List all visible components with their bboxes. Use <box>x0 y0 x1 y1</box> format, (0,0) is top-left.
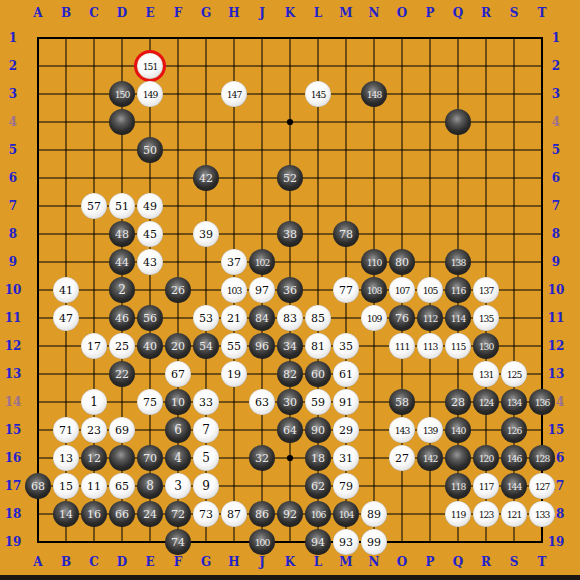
move-number: 149 <box>143 89 158 100</box>
row-label-4: 4 <box>2 108 24 136</box>
move-number: 30 <box>283 396 297 409</box>
stone-white-147-H3: 147 <box>221 81 247 107</box>
stone-white-123-R18: 123 <box>473 501 499 527</box>
stone-black-18-L16: 18 <box>305 445 331 471</box>
stone-black-28-Q14: 28 <box>445 389 471 415</box>
stone-white-43-E9: 43 <box>137 249 163 275</box>
move-number: 127 <box>535 481 550 492</box>
stone-black-10-F14: 10 <box>165 389 191 415</box>
row-label-11: 11 <box>2 304 24 332</box>
column-label-D: D <box>108 5 136 21</box>
move-number: 36 <box>283 284 297 297</box>
stone-white-55-H12: 55 <box>221 333 247 359</box>
move-number: 145 <box>311 89 326 100</box>
stone-black-48-D8: 48 <box>109 221 135 247</box>
move-number: 135 <box>479 313 494 324</box>
stone-black-42-G6: 42 <box>193 165 219 191</box>
move-number: 17 <box>87 340 101 353</box>
stone-white-119-Q18: 119 <box>445 501 471 527</box>
move-number: 81 <box>311 340 325 353</box>
stone-white-135-R11: 135 <box>473 305 499 331</box>
move-number: 66 <box>115 508 129 521</box>
stone-black-40-E12: 40 <box>137 333 163 359</box>
column-label-N: N <box>360 5 388 21</box>
move-number: 131 <box>479 369 494 380</box>
move-number: 134 <box>507 397 522 408</box>
move-number: 73 <box>199 508 213 521</box>
stone-black-handicap-Q4 <box>445 109 471 135</box>
move-number: 107 <box>395 285 410 296</box>
move-number: 137 <box>479 285 494 296</box>
move-number: 67 <box>171 368 185 381</box>
move-number: 146 <box>507 453 522 464</box>
stone-black-62-L17: 62 <box>305 473 331 499</box>
stone-black-50-E5: 50 <box>137 137 163 163</box>
column-label-B: B <box>52 554 80 570</box>
move-number: 50 <box>143 144 157 157</box>
move-number: 23 <box>87 424 101 437</box>
move-number: 53 <box>199 312 213 325</box>
stone-white-91-M14: 91 <box>333 389 359 415</box>
stone-black-120-R16: 120 <box>473 445 499 471</box>
stone-white-71-B15: 71 <box>53 417 79 443</box>
column-label-J: J <box>248 5 276 21</box>
go-game-record-viewer: ABCDEFGHJKLMNOPQRST ABCDEFGHJKLMNOPQRST … <box>0 0 580 580</box>
stone-black-56-E11: 56 <box>137 305 163 331</box>
move-number: 85 <box>311 312 325 325</box>
row-label-13: 13 <box>2 360 24 388</box>
move-number: 140 <box>451 425 466 436</box>
move-number: 84 <box>255 312 269 325</box>
move-number: 77 <box>339 284 353 297</box>
column-label-F: F <box>164 554 192 570</box>
stone-white-115-Q12: 115 <box>445 333 471 359</box>
move-number: 123 <box>479 509 494 520</box>
column-label-E: E <box>136 5 164 21</box>
stone-white-49-E7: 49 <box>137 193 163 219</box>
stone-white-139-P15: 139 <box>417 417 443 443</box>
stone-black-142-P16: 142 <box>417 445 443 471</box>
move-number: 93 <box>339 536 353 549</box>
stone-black-74-F19: 74 <box>165 529 191 555</box>
row-label-6: 6 <box>2 164 24 192</box>
stone-white-37-H9: 37 <box>221 249 247 275</box>
move-number: 72 <box>171 508 185 521</box>
move-number: 15 <box>59 480 73 493</box>
stone-white-45-E8: 45 <box>137 221 163 247</box>
stone-white-13-B16: 13 <box>53 445 79 471</box>
move-number: 94 <box>311 536 325 549</box>
stone-white-83-K11: 83 <box>277 305 303 331</box>
move-number: 78 <box>339 228 353 241</box>
stone-white-7-G15: 7 <box>193 417 219 443</box>
move-number: 35 <box>339 340 353 353</box>
stone-white-63-J14: 63 <box>249 389 275 415</box>
move-number: 37 <box>227 256 241 269</box>
stone-black-124-R14: 124 <box>473 389 499 415</box>
stone-black-handicap-D4 <box>109 109 135 135</box>
stone-black-26-F10: 26 <box>165 277 191 303</box>
stone-black-136-T14: 136 <box>529 389 555 415</box>
column-label-K: K <box>276 5 304 21</box>
row-labels-left: 12345678910111213141516171819 <box>2 24 24 556</box>
column-label-A: A <box>24 5 52 21</box>
column-label-K: K <box>276 554 304 570</box>
stone-white-53-G11: 53 <box>193 305 219 331</box>
stone-black-handicap-Q16 <box>445 445 471 471</box>
stone-white-75-E14: 75 <box>137 389 163 415</box>
stone-white-1-C14: 1 <box>81 389 107 415</box>
move-number: 61 <box>339 368 353 381</box>
row-label-5: 5 <box>2 136 24 164</box>
column-label-P: P <box>416 554 444 570</box>
stone-black-86-J18: 86 <box>249 501 275 527</box>
stone-black-150-D3: 150 <box>109 81 135 107</box>
move-number: 45 <box>143 228 157 241</box>
stone-white-51-D7: 51 <box>109 193 135 219</box>
column-label-T: T <box>528 554 556 570</box>
stone-white-79-M17: 79 <box>333 473 359 499</box>
move-number: 7 <box>202 423 210 437</box>
goban[interactable]: 1511501491471451485042525751494845393878… <box>24 24 556 556</box>
move-number: 115 <box>451 341 466 352</box>
move-number: 19 <box>227 368 241 381</box>
stone-white-97-J10: 97 <box>249 277 275 303</box>
move-number: 25 <box>115 340 129 353</box>
column-labels-bottom: ABCDEFGHJKLMNOPQRST <box>24 554 556 570</box>
move-number: 143 <box>395 425 410 436</box>
stone-white-29-M15: 29 <box>333 417 359 443</box>
stone-black-118-Q17: 118 <box>445 473 471 499</box>
move-number: 56 <box>143 312 157 325</box>
stone-black-146-S16: 146 <box>501 445 527 471</box>
stone-black-64-K15: 64 <box>277 417 303 443</box>
move-number: 1 <box>90 395 98 409</box>
move-number: 52 <box>283 172 297 185</box>
stone-black-100-J19: 100 <box>249 529 275 555</box>
move-number: 32 <box>255 452 269 465</box>
move-number: 133 <box>535 509 550 520</box>
stone-black-140-Q15: 140 <box>445 417 471 443</box>
stone-white-47-B11: 47 <box>53 305 79 331</box>
stone-white-73-G18: 73 <box>193 501 219 527</box>
move-number: 110 <box>367 257 382 268</box>
move-number: 8 <box>146 479 154 493</box>
row-label-19: 19 <box>2 528 24 556</box>
move-number: 82 <box>283 368 297 381</box>
stone-white-15-B17: 15 <box>53 473 79 499</box>
stone-white-17-C12: 17 <box>81 333 107 359</box>
column-label-N: N <box>360 554 388 570</box>
stone-white-125-S13: 125 <box>501 361 527 387</box>
column-label-M: M <box>332 5 360 21</box>
move-number: 151 <box>143 61 158 72</box>
stone-black-92-K18: 92 <box>277 501 303 527</box>
move-number: 22 <box>115 368 129 381</box>
move-number: 18 <box>311 452 325 465</box>
stone-white-23-C15: 23 <box>81 417 107 443</box>
stone-black-108-N10: 108 <box>361 277 387 303</box>
move-number: 86 <box>255 508 269 521</box>
stone-white-57-C7: 57 <box>81 193 107 219</box>
stone-black-44-D9: 44 <box>109 249 135 275</box>
move-number: 48 <box>115 228 129 241</box>
stone-white-41-B10: 41 <box>53 277 79 303</box>
stone-black-8-E17: 8 <box>137 473 163 499</box>
column-label-F: F <box>164 5 192 21</box>
stone-black-80-O9: 80 <box>389 249 415 275</box>
move-number: 90 <box>311 424 325 437</box>
move-number: 126 <box>507 425 522 436</box>
move-number: 113 <box>423 341 438 352</box>
stone-white-85-L11: 85 <box>305 305 331 331</box>
row-label-16: 16 <box>2 444 24 472</box>
stone-white-69-D15: 69 <box>109 417 135 443</box>
move-number: 4 <box>174 451 182 465</box>
stone-white-107-O10: 107 <box>389 277 415 303</box>
move-number: 147 <box>227 89 242 100</box>
move-number: 49 <box>143 200 157 213</box>
move-number: 71 <box>59 424 73 437</box>
stone-black-114-Q11: 114 <box>445 305 471 331</box>
move-number: 120 <box>479 453 494 464</box>
move-number: 150 <box>115 89 130 100</box>
move-number: 44 <box>115 256 129 269</box>
move-number: 63 <box>255 396 269 409</box>
stone-white-113-P12: 113 <box>417 333 443 359</box>
row-label-15: 15 <box>2 416 24 444</box>
column-label-R: R <box>472 5 500 21</box>
move-number: 29 <box>339 424 353 437</box>
stone-black-38-K8: 38 <box>277 221 303 247</box>
move-number: 38 <box>283 228 297 241</box>
stone-black-76-O11: 76 <box>389 305 415 331</box>
stone-white-99-N19: 99 <box>361 529 387 555</box>
column-label-D: D <box>108 554 136 570</box>
move-number: 13 <box>59 452 73 465</box>
stone-black-148-N3: 148 <box>361 81 387 107</box>
column-label-M: M <box>332 554 360 570</box>
move-number: 58 <box>395 396 409 409</box>
move-number: 14 <box>59 508 73 521</box>
stone-black-46-D11: 46 <box>109 305 135 331</box>
move-number: 75 <box>143 396 157 409</box>
stone-black-128-T16: 128 <box>529 445 555 471</box>
move-number: 124 <box>479 397 494 408</box>
move-number: 79 <box>339 480 353 493</box>
column-label-O: O <box>388 5 416 21</box>
stone-white-81-L12: 81 <box>305 333 331 359</box>
stone-white-133-T18: 133 <box>529 501 555 527</box>
move-number: 20 <box>171 340 185 353</box>
move-number: 26 <box>171 284 185 297</box>
move-number: 59 <box>311 396 325 409</box>
row-label-1: 1 <box>2 24 24 52</box>
stone-white-145-L3: 145 <box>305 81 331 107</box>
move-number: 105 <box>423 285 438 296</box>
stone-black-82-K13: 82 <box>277 361 303 387</box>
move-number: 91 <box>339 396 353 409</box>
stone-white-11-C17: 11 <box>81 473 107 499</box>
stone-black-84-J11: 84 <box>249 305 275 331</box>
stone-white-131-R13: 131 <box>473 361 499 387</box>
stone-white-59-L14: 59 <box>305 389 331 415</box>
column-label-G: G <box>192 554 220 570</box>
row-label-17: 17 <box>2 472 24 500</box>
move-number: 2 <box>118 283 126 297</box>
row-label-7: 7 <box>2 192 24 220</box>
stone-black-handicap-D16 <box>109 445 135 471</box>
move-number: 83 <box>283 312 297 325</box>
move-number: 106 <box>311 509 326 520</box>
move-number: 33 <box>199 396 213 409</box>
stone-black-96-J12: 96 <box>249 333 275 359</box>
stone-white-31-M16: 31 <box>333 445 359 471</box>
stone-black-2-D10: 2 <box>109 277 135 303</box>
move-number: 10 <box>171 396 185 409</box>
stone-black-20-F12: 20 <box>165 333 191 359</box>
stone-black-32-J16: 32 <box>249 445 275 471</box>
stone-white-77-M10: 77 <box>333 277 359 303</box>
stone-white-3-F17: 3 <box>165 473 191 499</box>
move-number: 74 <box>171 536 185 549</box>
move-number: 80 <box>395 256 409 269</box>
stone-white-9-G17: 9 <box>193 473 219 499</box>
stone-black-78-M8: 78 <box>333 221 359 247</box>
column-label-L: L <box>304 554 332 570</box>
stone-black-16-C18: 16 <box>81 501 107 527</box>
move-number: 3 <box>174 479 182 493</box>
stone-white-19-H13: 19 <box>221 361 247 387</box>
move-number: 89 <box>367 508 381 521</box>
stone-black-138-Q9: 138 <box>445 249 471 275</box>
move-number: 116 <box>451 285 466 296</box>
stone-white-67-F13: 67 <box>165 361 191 387</box>
move-number: 103 <box>227 285 242 296</box>
move-number: 64 <box>283 424 297 437</box>
column-label-C: C <box>80 554 108 570</box>
move-number: 128 <box>535 453 550 464</box>
move-number: 47 <box>59 312 73 325</box>
move-number: 142 <box>423 453 438 464</box>
window-bottom-edge <box>0 575 580 580</box>
stone-black-30-K14: 30 <box>277 389 303 415</box>
move-number: 34 <box>283 340 297 353</box>
move-number: 65 <box>115 480 129 493</box>
move-number: 43 <box>143 256 157 269</box>
stone-black-90-L15: 90 <box>305 417 331 443</box>
move-number: 104 <box>339 509 354 520</box>
move-number: 6 <box>174 423 182 437</box>
stone-white-105-P10: 105 <box>417 277 443 303</box>
stone-white-33-G14: 33 <box>193 389 219 415</box>
stone-black-54-G12: 54 <box>193 333 219 359</box>
stone-white-149-E3: 149 <box>137 81 163 107</box>
column-label-E: E <box>136 554 164 570</box>
stone-black-106-L18: 106 <box>305 501 331 527</box>
column-label-G: G <box>192 5 220 21</box>
move-number: 62 <box>311 480 325 493</box>
column-label-C: C <box>80 5 108 21</box>
move-number: 99 <box>367 536 381 549</box>
move-number: 54 <box>199 340 213 353</box>
move-number: 39 <box>199 228 213 241</box>
move-number: 69 <box>115 424 129 437</box>
move-number: 125 <box>507 369 522 380</box>
move-number: 42 <box>199 172 213 185</box>
move-number: 12 <box>87 452 101 465</box>
move-number: 100 <box>255 537 270 548</box>
move-number: 130 <box>479 341 494 352</box>
stone-black-144-S17: 144 <box>501 473 527 499</box>
stone-white-151-E2: 151 <box>137 53 163 79</box>
move-number: 112 <box>423 313 438 324</box>
column-label-Q: Q <box>444 554 472 570</box>
row-label-14: 14 <box>2 388 24 416</box>
stone-white-89-N18: 89 <box>361 501 387 527</box>
move-number: 114 <box>451 313 466 324</box>
column-label-T: T <box>528 5 556 21</box>
move-number: 117 <box>479 481 494 492</box>
stone-black-110-N9: 110 <box>361 249 387 275</box>
stone-black-60-L13: 60 <box>305 361 331 387</box>
column-label-B: B <box>52 5 80 21</box>
column-label-H: H <box>220 554 248 570</box>
move-number: 97 <box>255 284 269 297</box>
move-number: 24 <box>143 508 157 521</box>
stone-black-130-R12: 130 <box>473 333 499 359</box>
stone-black-34-K12: 34 <box>277 333 303 359</box>
stone-black-68-A17: 68 <box>25 473 51 499</box>
move-number: 60 <box>311 368 325 381</box>
move-number: 118 <box>451 481 466 492</box>
column-label-J: J <box>248 554 276 570</box>
stone-black-36-K10: 36 <box>277 277 303 303</box>
stone-black-70-E16: 70 <box>137 445 163 471</box>
stone-white-111-O12: 111 <box>389 333 415 359</box>
stone-black-66-D18: 66 <box>109 501 135 527</box>
column-labels-top: ABCDEFGHJKLMNOPQRST <box>24 5 556 21</box>
move-number: 109 <box>367 313 382 324</box>
stone-black-24-E18: 24 <box>137 501 163 527</box>
column-label-L: L <box>304 5 332 21</box>
column-label-O: O <box>388 554 416 570</box>
column-label-Q: Q <box>444 5 472 21</box>
stone-white-35-M12: 35 <box>333 333 359 359</box>
row-label-8: 8 <box>2 220 24 248</box>
stone-white-117-R17: 117 <box>473 473 499 499</box>
move-number: 87 <box>227 508 241 521</box>
row-label-9: 9 <box>2 248 24 276</box>
stone-white-25-D12: 25 <box>109 333 135 359</box>
move-number: 92 <box>283 508 297 521</box>
stone-black-6-F15: 6 <box>165 417 191 443</box>
move-number: 148 <box>367 89 382 100</box>
move-number: 5 <box>202 451 210 465</box>
move-number: 55 <box>227 340 241 353</box>
move-number: 16 <box>87 508 101 521</box>
move-number: 41 <box>59 284 73 297</box>
move-number: 121 <box>507 509 522 520</box>
stone-white-127-T17: 127 <box>529 473 555 499</box>
stone-black-134-S14: 134 <box>501 389 527 415</box>
move-number: 11 <box>87 480 101 493</box>
stone-black-14-B18: 14 <box>53 501 79 527</box>
stone-black-52-K6: 52 <box>277 165 303 191</box>
move-number: 70 <box>143 452 157 465</box>
move-number: 51 <box>115 200 129 213</box>
column-label-S: S <box>500 554 528 570</box>
